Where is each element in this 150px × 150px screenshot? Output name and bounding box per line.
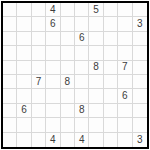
cell-r4c9[interactable] — [118, 46, 132, 60]
clue-cell-r5c7[interactable]: 8 — [89, 61, 103, 75]
cell-r9c2[interactable] — [17, 118, 31, 132]
cell-r5c2[interactable] — [17, 61, 31, 75]
cell-r3c9[interactable] — [118, 32, 132, 46]
cell-r4c1[interactable] — [3, 46, 17, 60]
cell-r1c5[interactable] — [61, 3, 75, 17]
cell-r9c9[interactable] — [118, 118, 132, 132]
clue-cell-r6c3[interactable]: 7 — [32, 75, 46, 89]
cell-r4c6[interactable] — [75, 46, 89, 60]
cell-r4c5[interactable] — [61, 46, 75, 60]
cell-r9c5[interactable] — [61, 118, 75, 132]
cell-r8c7[interactable] — [89, 104, 103, 118]
cell-r5c3[interactable] — [32, 61, 46, 75]
cell-r3c8[interactable] — [104, 32, 118, 46]
cell-r1c2[interactable] — [17, 3, 31, 17]
cell-r6c10[interactable] — [133, 75, 147, 89]
clue-cell-r2c4[interactable]: 6 — [46, 17, 60, 31]
cell-r9c1[interactable] — [3, 118, 17, 132]
cell-r5c10[interactable] — [133, 61, 147, 75]
cell-r8c4[interactable] — [46, 104, 60, 118]
cell-r5c4[interactable] — [46, 61, 60, 75]
cell-r3c4[interactable] — [46, 32, 60, 46]
cell-r4c3[interactable] — [32, 46, 46, 60]
cell-r7c2[interactable] — [17, 89, 31, 103]
cell-r3c2[interactable] — [17, 32, 31, 46]
cell-r10c9[interactable] — [118, 133, 132, 147]
cell-r9c4[interactable] — [46, 118, 60, 132]
cell-r1c1[interactable] — [3, 3, 17, 17]
cell-r8c10[interactable] — [133, 104, 147, 118]
cell-r10c3[interactable] — [32, 133, 46, 147]
cell-r7c4[interactable] — [46, 89, 60, 103]
cell-r2c6[interactable] — [75, 17, 89, 31]
cell-r2c3[interactable] — [32, 17, 46, 31]
cell-r5c5[interactable] — [61, 61, 75, 75]
cell-r8c5[interactable] — [61, 104, 75, 118]
cell-r7c10[interactable] — [133, 89, 147, 103]
puzzle-page: 456368778668443 — [0, 0, 150, 150]
cell-r10c7[interactable] — [89, 133, 103, 147]
cell-r10c2[interactable] — [17, 133, 31, 147]
cell-r4c7[interactable] — [89, 46, 103, 60]
cell-r3c1[interactable] — [3, 32, 17, 46]
cell-r3c5[interactable] — [61, 32, 75, 46]
cell-r6c7[interactable] — [89, 75, 103, 89]
clue-cell-r1c4[interactable]: 4 — [46, 3, 60, 17]
cell-r9c3[interactable] — [32, 118, 46, 132]
clue-cell-r10c4[interactable]: 4 — [46, 133, 60, 147]
cell-r8c9[interactable] — [118, 104, 132, 118]
cell-r2c2[interactable] — [17, 17, 31, 31]
cell-r6c1[interactable] — [3, 75, 17, 89]
cell-r6c9[interactable] — [118, 75, 132, 89]
cell-r9c6[interactable] — [75, 118, 89, 132]
cell-r2c1[interactable] — [3, 17, 17, 31]
cell-r7c7[interactable] — [89, 89, 103, 103]
cell-r8c3[interactable] — [32, 104, 46, 118]
cell-r3c10[interactable] — [133, 32, 147, 46]
cell-r10c5[interactable] — [61, 133, 75, 147]
clue-cell-r5c9[interactable]: 7 — [118, 61, 132, 75]
clue-cell-r7c9[interactable]: 6 — [118, 89, 132, 103]
clue-cell-r8c2[interactable]: 6 — [17, 104, 31, 118]
cell-r4c10[interactable] — [133, 46, 147, 60]
clue-cell-r6c5[interactable]: 8 — [61, 75, 75, 89]
cell-r3c7[interactable] — [89, 32, 103, 46]
cell-r6c2[interactable] — [17, 75, 31, 89]
cell-r10c1[interactable] — [3, 133, 17, 147]
cell-r8c8[interactable] — [104, 104, 118, 118]
cell-r6c4[interactable] — [46, 75, 60, 89]
clue-cell-r8c6[interactable]: 8 — [75, 104, 89, 118]
cell-r9c7[interactable] — [89, 118, 103, 132]
clue-cell-r3c6[interactable]: 6 — [75, 32, 89, 46]
cell-r1c10[interactable] — [133, 3, 147, 17]
cell-r2c5[interactable] — [61, 17, 75, 31]
cell-r2c8[interactable] — [104, 17, 118, 31]
cell-r8c1[interactable] — [3, 104, 17, 118]
cell-r6c6[interactable] — [75, 75, 89, 89]
cell-r6c8[interactable] — [104, 75, 118, 89]
clue-cell-r1c7[interactable]: 5 — [89, 3, 103, 17]
cell-r5c1[interactable] — [3, 61, 17, 75]
cell-r5c8[interactable] — [104, 61, 118, 75]
clue-cell-r2c10[interactable]: 3 — [133, 17, 147, 31]
cell-r7c6[interactable] — [75, 89, 89, 103]
clue-cell-r10c10[interactable]: 3 — [133, 133, 147, 147]
cell-r4c2[interactable] — [17, 46, 31, 60]
cell-r1c6[interactable] — [75, 3, 89, 17]
cell-r4c4[interactable] — [46, 46, 60, 60]
cell-r2c7[interactable] — [89, 17, 103, 31]
cell-r1c9[interactable] — [118, 3, 132, 17]
cell-r1c8[interactable] — [104, 3, 118, 17]
cell-r9c10[interactable] — [133, 118, 147, 132]
cell-r7c1[interactable] — [3, 89, 17, 103]
cell-r9c8[interactable] — [104, 118, 118, 132]
cell-r10c8[interactable] — [104, 133, 118, 147]
cell-r3c3[interactable] — [32, 32, 46, 46]
cell-r7c5[interactable] — [61, 89, 75, 103]
cell-r2c9[interactable] — [118, 17, 132, 31]
cell-r1c3[interactable] — [32, 3, 46, 17]
puzzle-board: 456368778668443 — [1, 1, 149, 149]
cell-r5c6[interactable] — [75, 61, 89, 75]
cell-r7c3[interactable] — [32, 89, 46, 103]
cell-r7c8[interactable] — [104, 89, 118, 103]
cell-r4c8[interactable] — [104, 46, 118, 60]
clue-cell-r10c6[interactable]: 4 — [75, 133, 89, 147]
